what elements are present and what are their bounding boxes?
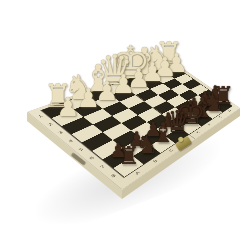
- piece-white-pawn[interactable]: ♟: [56, 94, 79, 120]
- product-photo: 12345678ABCDEFGH ♜♞♝♛♚♝♞♜♟♟♟♟♟♟♟♟♟♟♟♟♟♟♟…: [0, 0, 250, 250]
- piece-white-pawn[interactable]: ♟: [77, 85, 100, 111]
- pieces-layer: ♜♞♝♛♚♝♞♜♟♟♟♟♟♟♟♟♟♟♟♟♟♟♟♟♜♞♝♛♚♝♞♜: [0, 0, 250, 250]
- piece-black-rook[interactable]: ♜: [118, 144, 140, 168]
